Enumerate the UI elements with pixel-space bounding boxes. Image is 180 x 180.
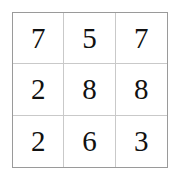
grid-cell-r1c0: 2: [13, 64, 64, 115]
grid-cell-r1c1: 8: [64, 64, 115, 115]
grid-cell-r0c0: 7: [13, 13, 64, 64]
grid-cell-r2c2: 3: [116, 116, 167, 167]
grid-cell-r0c1: 5: [64, 13, 115, 64]
puzzle-grid: 7 5 7 2 8 8 2 6 3: [12, 12, 168, 168]
grid-cell-r1c2: 8: [116, 64, 167, 115]
grid-cell-r0c2: 7: [116, 13, 167, 64]
grid-cell-r2c1: 6: [64, 116, 115, 167]
board-container: 7 5 7 2 8 8 2 6 3: [0, 0, 180, 180]
grid-cell-r2c0: 2: [13, 116, 64, 167]
